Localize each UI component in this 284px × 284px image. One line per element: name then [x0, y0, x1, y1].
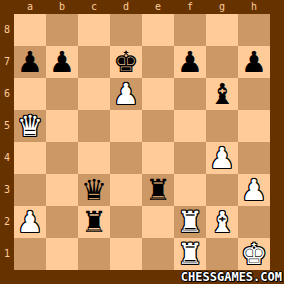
rank-label-8: 8 — [0, 14, 14, 46]
site-credit: CHESSGAMES.COM — [181, 270, 282, 284]
square-d6[interactable]: ♟ — [110, 78, 142, 110]
square-h3[interactable]: ♟ — [238, 174, 270, 206]
square-e2[interactable] — [142, 206, 174, 238]
square-e8[interactable] — [142, 14, 174, 46]
square-b8[interactable] — [46, 14, 78, 46]
square-a8[interactable] — [14, 14, 46, 46]
rank-label-1: 1 — [0, 238, 14, 270]
rank-label-2: 2 — [0, 206, 14, 238]
chess-board: ♟♟♚♟♟♟♝♛♟♛♜♟♟♜♜♝♜♚ — [14, 14, 270, 270]
square-g4[interactable]: ♟ — [206, 142, 238, 174]
square-b4[interactable] — [46, 142, 78, 174]
square-g6[interactable]: ♝ — [206, 78, 238, 110]
black-pawn[interactable]: ♟ — [238, 46, 270, 78]
square-c3[interactable]: ♛ — [78, 174, 110, 206]
white-pawn[interactable]: ♟ — [14, 206, 46, 238]
square-f3[interactable] — [174, 174, 206, 206]
square-f1[interactable]: ♜ — [174, 238, 206, 270]
square-b2[interactable] — [46, 206, 78, 238]
square-f2[interactable]: ♜ — [174, 206, 206, 238]
square-d3[interactable] — [110, 174, 142, 206]
square-c7[interactable] — [78, 46, 110, 78]
white-rook[interactable]: ♜ — [174, 238, 206, 270]
white-pawn[interactable]: ♟ — [110, 78, 142, 110]
white-pawn[interactable]: ♟ — [206, 142, 238, 174]
square-d8[interactable] — [110, 14, 142, 46]
square-a3[interactable] — [14, 174, 46, 206]
file-label-b: b — [46, 0, 78, 14]
chess-diagram: abcdefgh 87654321 ♟♟♚♟♟♟♝♛♟♛♜♟♟♜♜♝♜♚ CHE… — [0, 0, 284, 284]
white-rook[interactable]: ♜ — [174, 206, 206, 238]
square-h2[interactable] — [238, 206, 270, 238]
square-d7[interactable]: ♚ — [110, 46, 142, 78]
file-label-e: e — [142, 0, 174, 14]
square-c6[interactable] — [78, 78, 110, 110]
square-a6[interactable] — [14, 78, 46, 110]
square-c5[interactable] — [78, 110, 110, 142]
black-pawn[interactable]: ♟ — [14, 46, 46, 78]
black-queen[interactable]: ♛ — [78, 174, 110, 206]
black-rook[interactable]: ♜ — [142, 174, 174, 206]
square-e4[interactable] — [142, 142, 174, 174]
square-b7[interactable]: ♟ — [46, 46, 78, 78]
white-king[interactable]: ♚ — [238, 238, 270, 270]
white-queen[interactable]: ♛ — [14, 110, 46, 142]
square-d4[interactable] — [110, 142, 142, 174]
square-e6[interactable] — [142, 78, 174, 110]
square-d1[interactable] — [110, 238, 142, 270]
square-g7[interactable] — [206, 46, 238, 78]
file-labels: abcdefgh — [14, 0, 270, 14]
square-g8[interactable] — [206, 14, 238, 46]
rank-label-7: 7 — [0, 46, 14, 78]
square-h8[interactable] — [238, 14, 270, 46]
black-pawn[interactable]: ♟ — [174, 46, 206, 78]
square-g3[interactable] — [206, 174, 238, 206]
square-e5[interactable] — [142, 110, 174, 142]
file-label-g: g — [206, 0, 238, 14]
square-d2[interactable] — [110, 206, 142, 238]
square-g1[interactable] — [206, 238, 238, 270]
square-a5[interactable]: ♛ — [14, 110, 46, 142]
square-f8[interactable] — [174, 14, 206, 46]
white-bishop[interactable]: ♝ — [206, 206, 238, 238]
file-label-a: a — [14, 0, 46, 14]
rank-label-6: 6 — [0, 78, 14, 110]
square-f6[interactable] — [174, 78, 206, 110]
square-h5[interactable] — [238, 110, 270, 142]
square-g5[interactable] — [206, 110, 238, 142]
square-f4[interactable] — [174, 142, 206, 174]
black-king[interactable]: ♚ — [110, 46, 142, 78]
file-label-f: f — [174, 0, 206, 14]
square-e7[interactable] — [142, 46, 174, 78]
square-h6[interactable] — [238, 78, 270, 110]
square-g2[interactable]: ♝ — [206, 206, 238, 238]
square-f5[interactable] — [174, 110, 206, 142]
square-e1[interactable] — [142, 238, 174, 270]
rank-label-3: 3 — [0, 174, 14, 206]
square-e3[interactable]: ♜ — [142, 174, 174, 206]
square-c4[interactable] — [78, 142, 110, 174]
rank-label-4: 4 — [0, 142, 14, 174]
rank-labels: 87654321 — [0, 14, 14, 270]
square-b3[interactable] — [46, 174, 78, 206]
square-b1[interactable] — [46, 238, 78, 270]
file-label-c: c — [78, 0, 110, 14]
file-label-h: h — [238, 0, 270, 14]
square-h7[interactable]: ♟ — [238, 46, 270, 78]
square-b6[interactable] — [46, 78, 78, 110]
square-a2[interactable]: ♟ — [14, 206, 46, 238]
square-a7[interactable]: ♟ — [14, 46, 46, 78]
black-bishop[interactable]: ♝ — [206, 78, 238, 110]
square-d5[interactable] — [110, 110, 142, 142]
square-a1[interactable] — [14, 238, 46, 270]
square-b5[interactable] — [46, 110, 78, 142]
square-h1[interactable]: ♚ — [238, 238, 270, 270]
rank-label-5: 5 — [0, 110, 14, 142]
black-rook[interactable]: ♜ — [78, 206, 110, 238]
white-pawn[interactable]: ♟ — [238, 174, 270, 206]
black-pawn[interactable]: ♟ — [46, 46, 78, 78]
square-h4[interactable] — [238, 142, 270, 174]
square-a4[interactable] — [14, 142, 46, 174]
square-c2[interactable]: ♜ — [78, 206, 110, 238]
square-c8[interactable] — [78, 14, 110, 46]
square-f7[interactable]: ♟ — [174, 46, 206, 78]
square-c1[interactable] — [78, 238, 110, 270]
file-label-d: d — [110, 0, 142, 14]
